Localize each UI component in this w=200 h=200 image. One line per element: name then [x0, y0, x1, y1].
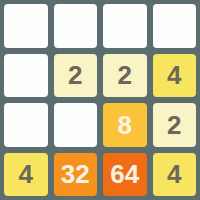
tile-r3c4: 2 — [153, 103, 197, 147]
tile-r2c1 — [4, 54, 48, 98]
tile-r3c1 — [4, 103, 48, 147]
tile-r4c3: 64 — [103, 153, 147, 197]
tile-r1c3 — [103, 4, 147, 48]
tile-r1c2 — [54, 4, 98, 48]
tile-r3c2 — [54, 103, 98, 147]
tile-r1c1 — [4, 4, 48, 48]
tile-r1c4 — [153, 4, 197, 48]
tile-r4c4: 4 — [153, 153, 197, 197]
tile-r2c4: 4 — [153, 54, 197, 98]
tile-r4c1: 4 — [4, 153, 48, 197]
game-board-2048[interactable]: 2 2 4 8 2 4 32 64 4 — [0, 0, 200, 200]
tile-r2c2: 2 — [54, 54, 98, 98]
tile-r2c3: 2 — [103, 54, 147, 98]
tile-r3c3: 8 — [103, 103, 147, 147]
tile-r4c2: 32 — [54, 153, 98, 197]
